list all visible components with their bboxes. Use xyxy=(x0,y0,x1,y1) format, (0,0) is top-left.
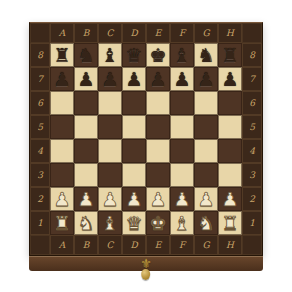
square-c8[interactable]: ♝ xyxy=(98,43,122,67)
file-label-h: H xyxy=(218,23,242,43)
square-c3[interactable] xyxy=(98,163,122,187)
file-label-b: B xyxy=(74,23,98,43)
square-h1[interactable]: ♜ xyxy=(218,211,242,235)
rank-label-1: 1 xyxy=(30,211,50,235)
piece-black-pawn[interactable]: ♟ xyxy=(53,67,70,91)
rank-label-1: 1 xyxy=(242,211,262,235)
square-e6[interactable] xyxy=(146,91,170,115)
square-f7[interactable]: ♟ xyxy=(170,67,194,91)
piece-white-rook[interactable]: ♜ xyxy=(221,211,238,235)
piece-white-rook[interactable]: ♜ xyxy=(53,211,70,235)
piece-white-pawn[interactable]: ♟ xyxy=(221,187,238,211)
square-e5[interactable] xyxy=(146,115,170,139)
square-c1[interactable]: ♝ xyxy=(98,211,122,235)
rank-label-4: 4 xyxy=(242,139,262,163)
piece-black-bishop[interactable]: ♝ xyxy=(173,43,190,67)
square-f2[interactable]: ♟ xyxy=(170,187,194,211)
frame-corner xyxy=(30,235,50,255)
square-b1[interactable]: ♞ xyxy=(74,211,98,235)
file-label-d: D xyxy=(122,23,146,43)
brass-clasp: ⚜ xyxy=(140,257,152,280)
square-a1[interactable]: ♜ xyxy=(50,211,74,235)
box-front-edge: ⚜ xyxy=(29,256,263,271)
file-label-h: H xyxy=(218,235,242,255)
square-g4[interactable] xyxy=(194,139,218,163)
piece-black-pawn[interactable]: ♟ xyxy=(149,67,166,91)
square-e1[interactable]: ♚ xyxy=(146,211,170,235)
square-e3[interactable] xyxy=(146,163,170,187)
piece-white-knight[interactable]: ♞ xyxy=(197,211,214,235)
rank-label-8: 8 xyxy=(242,43,262,67)
piece-black-rook[interactable]: ♜ xyxy=(221,43,238,67)
square-e4[interactable] xyxy=(146,139,170,163)
square-f6[interactable] xyxy=(170,91,194,115)
square-h3[interactable] xyxy=(218,163,242,187)
rank-label-5: 5 xyxy=(30,115,50,139)
rank-label-5: 5 xyxy=(242,115,262,139)
square-c7[interactable]: ♟ xyxy=(98,67,122,91)
square-f5[interactable] xyxy=(170,115,194,139)
piece-black-rook[interactable]: ♜ xyxy=(53,43,70,67)
square-g2[interactable]: ♟ xyxy=(194,187,218,211)
file-label-c: C xyxy=(98,23,122,43)
square-d5[interactable] xyxy=(122,115,146,139)
file-label-a: A xyxy=(50,235,74,255)
frame-corner xyxy=(242,235,262,255)
square-a6[interactable] xyxy=(50,91,74,115)
square-a3[interactable] xyxy=(50,163,74,187)
piece-black-pawn[interactable]: ♟ xyxy=(197,67,214,91)
piece-white-pawn[interactable]: ♟ xyxy=(77,187,94,211)
square-a5[interactable] xyxy=(50,115,74,139)
square-b3[interactable] xyxy=(74,163,98,187)
file-label-g: G xyxy=(194,235,218,255)
square-g7[interactable]: ♟ xyxy=(194,67,218,91)
square-f3[interactable] xyxy=(170,163,194,187)
square-f8[interactable]: ♝ xyxy=(170,43,194,67)
square-h4[interactable] xyxy=(218,139,242,163)
piece-black-queen[interactable]: ♛ xyxy=(125,43,142,67)
square-h8[interactable]: ♜ xyxy=(218,43,242,67)
piece-white-knight[interactable]: ♞ xyxy=(77,211,94,235)
square-d3[interactable] xyxy=(122,163,146,187)
rank-label-8: 8 xyxy=(30,43,50,67)
file-label-f: F xyxy=(170,235,194,255)
rank-label-2: 2 xyxy=(30,187,50,211)
square-a2[interactable]: ♟ xyxy=(50,187,74,211)
square-b4[interactable] xyxy=(74,139,98,163)
piece-black-pawn[interactable]: ♟ xyxy=(77,67,94,91)
frame-corner xyxy=(30,23,50,43)
file-label-g: G xyxy=(194,23,218,43)
piece-black-pawn[interactable]: ♟ xyxy=(221,67,238,91)
square-g1[interactable]: ♞ xyxy=(194,211,218,235)
square-b8[interactable]: ♞ xyxy=(74,43,98,67)
square-d1[interactable]: ♛ xyxy=(122,211,146,235)
piece-white-bishop[interactable]: ♝ xyxy=(173,211,190,235)
piece-black-king[interactable]: ♚ xyxy=(149,43,166,67)
rank-label-3: 3 xyxy=(242,163,262,187)
piece-black-knight[interactable]: ♞ xyxy=(77,43,94,67)
square-d8[interactable]: ♛ xyxy=(122,43,146,67)
piece-black-knight[interactable]: ♞ xyxy=(197,43,214,67)
square-g5[interactable] xyxy=(194,115,218,139)
piece-white-pawn[interactable]: ♟ xyxy=(125,187,142,211)
rank-label-3: 3 xyxy=(30,163,50,187)
piece-black-bishop[interactable]: ♝ xyxy=(101,43,118,67)
piece-white-queen[interactable]: ♛ xyxy=(125,211,142,235)
rank-label-6: 6 xyxy=(242,91,262,115)
clasp-hook-icon xyxy=(142,269,151,280)
rank-label-2: 2 xyxy=(242,187,262,211)
square-b6[interactable] xyxy=(74,91,98,115)
square-c5[interactable] xyxy=(98,115,122,139)
chess-set: ABCDEFGH8♜♞♝♛♚♝♞♜87♟♟♟♟♟♟♟♟7665544332♟♟♟… xyxy=(29,22,263,271)
square-c6[interactable] xyxy=(98,91,122,115)
square-b2[interactable]: ♟ xyxy=(74,187,98,211)
square-e7[interactable]: ♟ xyxy=(146,67,170,91)
file-label-e: E xyxy=(146,23,170,43)
piece-white-pawn[interactable]: ♟ xyxy=(173,187,190,211)
square-d6[interactable] xyxy=(122,91,146,115)
square-a4[interactable] xyxy=(50,139,74,163)
piece-white-bishop[interactable]: ♝ xyxy=(101,211,118,235)
piece-black-pawn[interactable]: ♟ xyxy=(101,67,118,91)
square-h7[interactable]: ♟ xyxy=(218,67,242,91)
square-b5[interactable] xyxy=(74,115,98,139)
file-label-f: F xyxy=(170,23,194,43)
square-c4[interactable] xyxy=(98,139,122,163)
square-h5[interactable] xyxy=(218,115,242,139)
square-e2[interactable]: ♟ xyxy=(146,187,170,211)
square-g3[interactable] xyxy=(194,163,218,187)
square-g6[interactable] xyxy=(194,91,218,115)
rank-label-6: 6 xyxy=(30,91,50,115)
file-label-c: C xyxy=(98,235,122,255)
chess-board: ABCDEFGH8♜♞♝♛♚♝♞♜87♟♟♟♟♟♟♟♟7665544332♟♟♟… xyxy=(29,22,263,256)
square-a8[interactable]: ♜ xyxy=(50,43,74,67)
square-d4[interactable] xyxy=(122,139,146,163)
rank-label-4: 4 xyxy=(30,139,50,163)
square-g8[interactable]: ♞ xyxy=(194,43,218,67)
square-c2[interactable]: ♟ xyxy=(98,187,122,211)
square-b7[interactable]: ♟ xyxy=(74,67,98,91)
square-f1[interactable]: ♝ xyxy=(170,211,194,235)
file-label-a: A xyxy=(50,23,74,43)
square-d2[interactable]: ♟ xyxy=(122,187,146,211)
piece-white-king[interactable]: ♚ xyxy=(149,211,166,235)
piece-black-pawn[interactable]: ♟ xyxy=(173,67,190,91)
rank-label-7: 7 xyxy=(242,67,262,91)
square-e8[interactable]: ♚ xyxy=(146,43,170,67)
file-label-d: D xyxy=(122,235,146,255)
piece-white-pawn[interactable]: ♟ xyxy=(101,187,118,211)
piece-white-pawn[interactable]: ♟ xyxy=(149,187,166,211)
piece-black-pawn[interactable]: ♟ xyxy=(125,67,142,91)
file-label-e: E xyxy=(146,235,170,255)
square-h6[interactable] xyxy=(218,91,242,115)
piece-white-pawn[interactable]: ♟ xyxy=(197,187,214,211)
frame-corner xyxy=(242,23,262,43)
square-a7[interactable]: ♟ xyxy=(50,67,74,91)
rank-label-7: 7 xyxy=(30,67,50,91)
file-label-b: B xyxy=(74,235,98,255)
piece-white-pawn[interactable]: ♟ xyxy=(53,187,70,211)
square-d7[interactable]: ♟ xyxy=(122,67,146,91)
square-h2[interactable]: ♟ xyxy=(218,187,242,211)
square-f4[interactable] xyxy=(170,139,194,163)
